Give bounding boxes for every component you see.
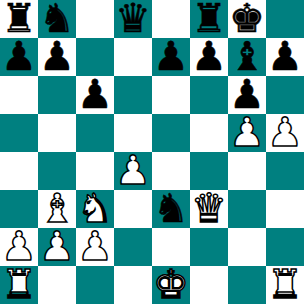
square-c6[interactable]: ♟ — [76, 76, 114, 114]
square-d6[interactable] — [114, 76, 152, 114]
piece-white-pawn[interactable]: ♟ — [267, 113, 303, 151]
piece-black-queen[interactable]: ♛ — [115, 0, 151, 37]
square-f2[interactable] — [190, 228, 228, 266]
square-a1[interactable]: ♜ — [0, 266, 38, 304]
piece-white-knight[interactable]: ♞ — [77, 189, 113, 227]
piece-black-knight[interactable]: ♞ — [153, 189, 189, 227]
square-b1[interactable] — [38, 266, 76, 304]
piece-black-bishop[interactable]: ♝ — [229, 37, 265, 75]
square-e6[interactable] — [152, 76, 190, 114]
square-h4[interactable] — [266, 152, 304, 190]
square-e1[interactable]: ♚ — [152, 266, 190, 304]
square-b5[interactable] — [38, 114, 76, 152]
square-c8[interactable] — [76, 0, 114, 38]
square-g4[interactable] — [228, 152, 266, 190]
chess-board: ♜♞♛♜♚♟♟♟♟♝♟♟♟♟♟♟♝♞♞♛♟♟♟♜♚♜ — [0, 0, 304, 304]
piece-black-king[interactable]: ♚ — [229, 0, 265, 37]
square-d4[interactable]: ♟ — [114, 152, 152, 190]
piece-black-knight[interactable]: ♞ — [39, 0, 75, 37]
square-g2[interactable] — [228, 228, 266, 266]
piece-black-pawn[interactable]: ♟ — [229, 75, 265, 113]
square-a5[interactable] — [0, 114, 38, 152]
piece-white-pawn[interactable]: ♟ — [229, 113, 265, 151]
piece-black-pawn[interactable]: ♟ — [153, 37, 189, 75]
piece-white-queen[interactable]: ♛ — [191, 189, 227, 227]
piece-black-pawn[interactable]: ♟ — [1, 37, 37, 75]
square-h1[interactable]: ♜ — [266, 266, 304, 304]
piece-black-pawn[interactable]: ♟ — [191, 37, 227, 75]
square-f7[interactable]: ♟ — [190, 38, 228, 76]
piece-black-pawn[interactable]: ♟ — [267, 37, 303, 75]
square-a7[interactable]: ♟ — [0, 38, 38, 76]
square-b7[interactable]: ♟ — [38, 38, 76, 76]
piece-white-bishop[interactable]: ♝ — [39, 189, 75, 227]
piece-black-pawn[interactable]: ♟ — [39, 37, 75, 75]
square-f3[interactable]: ♛ — [190, 190, 228, 228]
square-c5[interactable] — [76, 114, 114, 152]
piece-black-rook[interactable]: ♜ — [1, 0, 37, 37]
square-b6[interactable] — [38, 76, 76, 114]
square-d1[interactable] — [114, 266, 152, 304]
square-d3[interactable] — [114, 190, 152, 228]
piece-white-pawn[interactable]: ♟ — [115, 151, 151, 189]
square-f1[interactable] — [190, 266, 228, 304]
square-a6[interactable] — [0, 76, 38, 114]
piece-black-pawn[interactable]: ♟ — [77, 75, 113, 113]
square-d2[interactable] — [114, 228, 152, 266]
piece-white-rook[interactable]: ♜ — [267, 265, 303, 303]
square-e7[interactable]: ♟ — [152, 38, 190, 76]
square-g3[interactable] — [228, 190, 266, 228]
piece-white-king[interactable]: ♚ — [153, 265, 189, 303]
piece-white-pawn[interactable]: ♟ — [77, 227, 113, 265]
square-h3[interactable] — [266, 190, 304, 228]
square-g1[interactable] — [228, 266, 266, 304]
piece-white-pawn[interactable]: ♟ — [39, 227, 75, 265]
square-e3[interactable]: ♞ — [152, 190, 190, 228]
piece-white-pawn[interactable]: ♟ — [1, 227, 37, 265]
square-b2[interactable]: ♟ — [38, 228, 76, 266]
piece-white-rook[interactable]: ♜ — [1, 265, 37, 303]
square-c2[interactable]: ♟ — [76, 228, 114, 266]
square-d7[interactable] — [114, 38, 152, 76]
square-h7[interactable]: ♟ — [266, 38, 304, 76]
square-h5[interactable]: ♟ — [266, 114, 304, 152]
square-e5[interactable] — [152, 114, 190, 152]
square-g5[interactable]: ♟ — [228, 114, 266, 152]
square-d8[interactable]: ♛ — [114, 0, 152, 38]
square-a4[interactable] — [0, 152, 38, 190]
square-c1[interactable] — [76, 266, 114, 304]
square-f6[interactable] — [190, 76, 228, 114]
square-f5[interactable] — [190, 114, 228, 152]
piece-black-rook[interactable]: ♜ — [191, 0, 227, 37]
